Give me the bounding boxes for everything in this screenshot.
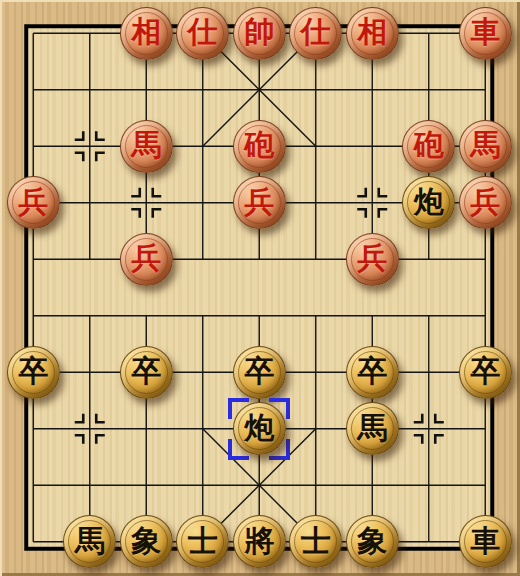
piece-red-cannon[interactable]: 砲 [233, 120, 286, 173]
piece-glyph: 馬 [75, 526, 105, 556]
piece-black-soldier[interactable]: 卒 [346, 346, 399, 399]
piece-black-cannon[interactable]: 炮 [402, 176, 455, 229]
pieces-layer: 相仕帥仕相車馬砲砲馬兵兵炮兵兵兵卒卒卒卒卒炮馬馬象士將士象車 [5, 5, 514, 570]
piece-black-horse[interactable]: 馬 [63, 515, 116, 568]
piece-red-soldier[interactable]: 兵 [233, 176, 286, 229]
piece-black-chariot[interactable]: 車 [459, 515, 512, 568]
board-frame: 相仕帥仕相車馬砲砲馬兵兵炮兵兵兵卒卒卒卒卒炮馬馬象士將士象車 [0, 0, 520, 576]
piece-red-soldier[interactable]: 兵 [7, 176, 60, 229]
piece-red-advisor[interactable]: 仕 [289, 7, 342, 60]
piece-glyph: 將 [244, 526, 274, 556]
piece-red-chariot[interactable]: 車 [459, 7, 512, 60]
piece-glyph: 砲 [414, 130, 444, 160]
piece-black-advisor[interactable]: 士 [289, 515, 342, 568]
piece-red-elephant[interactable]: 相 [120, 7, 173, 60]
piece-glyph: 卒 [470, 356, 500, 386]
piece-black-soldier[interactable]: 卒 [233, 346, 286, 399]
piece-black-elephant[interactable]: 象 [120, 515, 173, 568]
piece-glyph: 車 [470, 526, 500, 556]
piece-red-cannon[interactable]: 砲 [402, 120, 455, 173]
piece-red-marshal[interactable]: 帥 [233, 7, 286, 60]
piece-glyph: 兵 [470, 187, 500, 217]
piece-glyph: 卒 [357, 356, 387, 386]
piece-black-general[interactable]: 將 [233, 515, 286, 568]
piece-glyph: 車 [470, 17, 500, 47]
piece-glyph: 士 [188, 526, 218, 556]
piece-glyph: 兵 [18, 187, 48, 217]
piece-red-soldier[interactable]: 兵 [459, 176, 512, 229]
piece-glyph: 帥 [244, 17, 274, 47]
piece-glyph: 仕 [301, 17, 331, 47]
piece-glyph: 象 [357, 526, 387, 556]
piece-black-soldier[interactable]: 卒 [459, 346, 512, 399]
piece-black-advisor[interactable]: 士 [176, 515, 229, 568]
piece-red-horse[interactable]: 馬 [459, 120, 512, 173]
piece-glyph: 士 [301, 526, 331, 556]
piece-glyph: 相 [131, 17, 161, 47]
piece-glyph: 兵 [244, 187, 274, 217]
piece-glyph: 象 [131, 526, 161, 556]
piece-red-horse[interactable]: 馬 [120, 120, 173, 173]
piece-glyph: 炮 [414, 187, 444, 217]
piece-black-horse[interactable]: 馬 [346, 402, 399, 455]
piece-glyph: 兵 [131, 243, 161, 273]
piece-black-cannon[interactable]: 炮 [233, 402, 286, 455]
piece-red-soldier[interactable]: 兵 [346, 233, 399, 286]
piece-red-soldier[interactable]: 兵 [120, 233, 173, 286]
piece-black-elephant[interactable]: 象 [346, 515, 399, 568]
piece-red-elephant[interactable]: 相 [346, 7, 399, 60]
piece-glyph: 馬 [470, 130, 500, 160]
piece-glyph: 相 [357, 17, 387, 47]
piece-glyph: 馬 [131, 130, 161, 160]
piece-glyph: 砲 [244, 130, 274, 160]
piece-red-advisor[interactable]: 仕 [176, 7, 229, 60]
piece-glyph: 馬 [357, 413, 387, 443]
piece-glyph: 兵 [357, 243, 387, 273]
piece-glyph: 炮 [244, 413, 274, 443]
piece-glyph: 仕 [188, 17, 218, 47]
piece-black-soldier[interactable]: 卒 [7, 346, 60, 399]
piece-glyph: 卒 [18, 356, 48, 386]
piece-glyph: 卒 [244, 356, 274, 386]
piece-glyph: 卒 [131, 356, 161, 386]
piece-black-soldier[interactable]: 卒 [120, 346, 173, 399]
